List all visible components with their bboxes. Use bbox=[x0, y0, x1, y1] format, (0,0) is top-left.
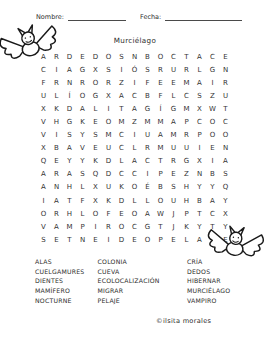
grid-cell-r3c14: I bbox=[206, 76, 219, 89]
header: Nombre: Fecha: bbox=[36, 13, 246, 21]
grid-cell-r3c1: F bbox=[37, 76, 50, 89]
grid-cell-r13c11: J bbox=[167, 207, 180, 220]
grid-cell-r3c9: F bbox=[141, 76, 154, 89]
grid-cell-r2c9: S bbox=[141, 63, 154, 76]
fecha-blank-line bbox=[165, 13, 242, 21]
grid-cell-r5c4: A bbox=[76, 102, 89, 115]
grid-cell-r2c7: I bbox=[115, 63, 128, 76]
grid-cell-r4c14: Z bbox=[206, 89, 219, 102]
grid-cell-r14c12: K bbox=[180, 220, 193, 233]
grid-cell-r3c15: R bbox=[219, 76, 232, 89]
grid-cell-r11c14: Y bbox=[206, 181, 219, 194]
grid-cell-r3c3: N bbox=[63, 76, 76, 89]
grid-cell-r13c3: H bbox=[63, 207, 76, 220]
grid-cell-r7c11: M bbox=[167, 129, 180, 142]
grid-cell-r3c5: O bbox=[89, 76, 102, 89]
grid-cell-r8c14: E bbox=[206, 142, 219, 155]
grid-cell-r8c13: I bbox=[193, 142, 206, 155]
grid-cell-r1c15: E bbox=[219, 50, 232, 63]
grid-cell-r10c7: C bbox=[115, 168, 128, 181]
grid-cell-r3c6: R bbox=[102, 76, 115, 89]
grid-cell-r6c1: V bbox=[37, 115, 50, 128]
grid-cell-r4c2: L bbox=[50, 89, 63, 102]
grid-cell-r9c2: E bbox=[50, 155, 63, 168]
grid-cell-r3c8: I bbox=[128, 76, 141, 89]
grid-cell-r15c8: E bbox=[128, 233, 141, 246]
grid-cell-r11c6: U bbox=[102, 181, 115, 194]
grid-cell-r6c10: M bbox=[154, 115, 167, 128]
grid-cell-r15c4: N bbox=[76, 233, 89, 246]
grid-cell-r5c1: X bbox=[37, 102, 50, 115]
grid-cell-r8c8: L bbox=[128, 142, 141, 155]
grid-cell-r10c8: C bbox=[128, 168, 141, 181]
word-list-item: HIBERNAR bbox=[187, 276, 264, 286]
nombre-blank-line bbox=[68, 13, 126, 21]
word-list-item: ALAS bbox=[35, 257, 98, 267]
grid-cell-r11c15: Q bbox=[219, 181, 232, 194]
grid-cell-r6c6: O bbox=[102, 115, 115, 128]
grid-cell-r12c2: A bbox=[50, 194, 63, 207]
grid-cell-r4c9: B bbox=[141, 89, 154, 102]
grid-cell-r15c6: I bbox=[102, 233, 115, 246]
grid-cell-r5c7: T bbox=[115, 102, 128, 115]
grid-cell-r8c11: U bbox=[167, 142, 180, 155]
grid-cell-r11c9: É bbox=[141, 181, 154, 194]
grid-cell-r13c6: F bbox=[102, 207, 115, 220]
grid-cell-r3c10: E bbox=[154, 76, 167, 89]
grid-cell-r4c10: F bbox=[154, 89, 167, 102]
copyright-credit: ©ilsita morales bbox=[156, 317, 211, 325]
grid-cell-r11c2: N bbox=[50, 181, 63, 194]
grid-cell-r7c15: O bbox=[219, 129, 232, 142]
grid-cell-r14c6: R bbox=[102, 220, 115, 233]
grid-cell-r13c10: W bbox=[154, 207, 167, 220]
grid-cell-r11c10: B bbox=[154, 181, 167, 194]
word-list-item: ECOLOCALIZACIÓN bbox=[98, 276, 187, 286]
grid-cell-r1c11: C bbox=[167, 50, 180, 63]
grid-cell-r12c6: K bbox=[102, 194, 115, 207]
grid-cell-r2c12: R bbox=[180, 63, 193, 76]
grid-cell-r12c15: Y bbox=[219, 194, 232, 207]
grid-cell-r4c6: X bbox=[102, 89, 115, 102]
grid-cell-r13c4: L bbox=[76, 207, 89, 220]
grid-cell-r12c8: L bbox=[128, 194, 141, 207]
grid-cell-r8c10: M bbox=[154, 142, 167, 155]
grid-cell-r14c3: M bbox=[63, 220, 76, 233]
grid-cell-r2c11: U bbox=[167, 63, 180, 76]
grid-cell-r10c14: B bbox=[206, 168, 219, 181]
grid-cell-r11c11: S bbox=[167, 181, 180, 194]
grid-cell-r6c9: M bbox=[141, 115, 154, 128]
grid-cell-r10c10: P bbox=[154, 168, 167, 181]
grid-cell-r13c2: R bbox=[50, 207, 63, 220]
grid-cell-r12c1: I bbox=[37, 194, 50, 207]
word-list-item: NOCTURNE bbox=[35, 296, 98, 306]
grid-cell-r10c2: R bbox=[50, 168, 63, 181]
grid-cell-r4c13: S bbox=[193, 89, 206, 102]
grid-cell-r12c9: L bbox=[141, 194, 154, 207]
grid-cell-r14c9: G bbox=[141, 220, 154, 233]
grid-cell-r11c5: X bbox=[89, 181, 102, 194]
grid-cell-r12c4: F bbox=[76, 194, 89, 207]
grid-cell-r6c2: H bbox=[50, 115, 63, 128]
grid-cell-r1c13: A bbox=[193, 50, 206, 63]
grid-cell-r7c8: I bbox=[128, 129, 141, 142]
word-list-column-2: COLONIACUEVAECOLOCALIZACIÓNMIGRARPELAJE bbox=[98, 257, 187, 306]
grid-cell-r1c3: D bbox=[63, 50, 76, 63]
grid-cell-r13c12: P bbox=[180, 207, 193, 220]
grid-cell-r2c5: X bbox=[89, 63, 102, 76]
grid-cell-r5c2: K bbox=[50, 102, 63, 115]
grid-cell-r9c13: X bbox=[193, 155, 206, 168]
grid-cell-r6c12: P bbox=[180, 115, 193, 128]
grid-cell-r4c1: U bbox=[37, 89, 50, 102]
grid-cell-r1c2: R bbox=[50, 50, 63, 63]
grid-cell-r10c6: D bbox=[102, 168, 115, 181]
grid-cell-r5c15: T bbox=[219, 102, 232, 115]
grid-cell-r7c13: P bbox=[193, 129, 206, 142]
grid-cell-r4c8: C bbox=[128, 89, 141, 102]
grid-cell-r4c3: Í bbox=[63, 89, 76, 102]
grid-cell-r3c13: A bbox=[193, 76, 206, 89]
bat-illustration-right bbox=[199, 216, 270, 277]
letter-grid: ARDEDOSNBOCTACECIAGXSIÓSRURLGNFRNRORZIFE… bbox=[37, 50, 232, 246]
grid-cell-r2c8: Ó bbox=[128, 63, 141, 76]
word-list-item: VAMPIRO bbox=[187, 296, 264, 306]
grid-cell-r1c5: D bbox=[89, 50, 102, 63]
grid-cell-r4c12: C bbox=[180, 89, 193, 102]
grid-cell-r5c13: X bbox=[193, 102, 206, 115]
grid-cell-r11c4: L bbox=[76, 181, 89, 194]
grid-cell-r8c6: U bbox=[102, 142, 115, 155]
grid-cell-r7c7: C bbox=[115, 129, 128, 142]
grid-cell-r6c7: M bbox=[115, 115, 128, 128]
grid-cell-r2c3: A bbox=[63, 63, 76, 76]
grid-cell-r9c9: C bbox=[141, 155, 154, 168]
grid-cell-r2c10: R bbox=[154, 63, 167, 76]
grid-cell-r7c4: Y bbox=[76, 129, 89, 142]
grid-cell-r7c14: O bbox=[206, 129, 219, 142]
grid-cell-r12c12: H bbox=[180, 194, 193, 207]
grid-cell-r5c8: A bbox=[128, 102, 141, 115]
grid-cell-r4c7: A bbox=[115, 89, 128, 102]
grid-cell-r10c4: S bbox=[76, 168, 89, 181]
grid-cell-r10c9: I bbox=[141, 168, 154, 181]
grid-cell-r5c12: M bbox=[180, 102, 193, 115]
grid-cell-r8c5: E bbox=[89, 142, 102, 155]
grid-cell-r10c13: N bbox=[193, 168, 206, 181]
grid-cell-r6c13: C bbox=[193, 115, 206, 128]
grid-cell-r1c12: T bbox=[180, 50, 193, 63]
grid-cell-r9c6: D bbox=[102, 155, 115, 168]
word-list-item: MIGRAR bbox=[98, 286, 187, 296]
grid-cell-r6c15: C bbox=[219, 115, 232, 128]
grid-cell-r4c5: G bbox=[89, 89, 102, 102]
grid-cell-r8c1: X bbox=[37, 142, 50, 155]
grid-cell-r2c4: G bbox=[76, 63, 89, 76]
grid-cell-r8c7: C bbox=[115, 142, 128, 155]
grid-cell-r14c4: P bbox=[76, 220, 89, 233]
grid-cell-r8c9: R bbox=[141, 142, 154, 155]
grid-cell-r8c15: N bbox=[219, 142, 232, 155]
grid-cell-r15c10: P bbox=[154, 233, 167, 246]
grid-cell-r10c15: S bbox=[219, 168, 232, 181]
fecha-label: Fecha: bbox=[140, 13, 161, 21]
grid-cell-r2c1: C bbox=[37, 63, 50, 76]
grid-cell-r15c7: D bbox=[115, 233, 128, 246]
grid-cell-r5c14: W bbox=[206, 102, 219, 115]
grid-cell-r15c9: O bbox=[141, 233, 154, 246]
grid-cell-r15c12: L bbox=[180, 233, 193, 246]
grid-cell-r4c4: O bbox=[76, 89, 89, 102]
grid-cell-r5c11: G bbox=[167, 102, 180, 115]
grid-cell-r8c2: B bbox=[50, 142, 63, 155]
grid-cell-r1c10: O bbox=[154, 50, 167, 63]
grid-cell-r7c10: A bbox=[154, 129, 167, 142]
grid-cell-r15c1: S bbox=[37, 233, 50, 246]
grid-cell-r4c15: U bbox=[219, 89, 232, 102]
grid-cell-r11c13: Y bbox=[193, 181, 206, 194]
grid-cell-r12c10: O bbox=[154, 194, 167, 207]
grid-cell-r3c7: Z bbox=[115, 76, 128, 89]
grid-cell-r15c11: E bbox=[167, 233, 180, 246]
grid-cell-r3c12: M bbox=[180, 76, 193, 89]
word-list-item: COLONIA bbox=[98, 257, 187, 267]
grid-cell-r7c3: S bbox=[63, 129, 76, 142]
grid-cell-r9c11: R bbox=[167, 155, 180, 168]
grid-cell-r6c4: K bbox=[76, 115, 89, 128]
grid-cell-r5c5: L bbox=[89, 102, 102, 115]
grid-cell-r12c14: A bbox=[206, 194, 219, 207]
grid-cell-r14c11: J bbox=[167, 220, 180, 233]
grid-cell-r6c14: O bbox=[206, 115, 219, 128]
grid-cell-r2c13: L bbox=[193, 63, 206, 76]
grid-cell-r5c3: D bbox=[63, 102, 76, 115]
word-list-item: MAMÍFERO bbox=[35, 286, 98, 296]
word-list-item: CUELGAMURES bbox=[35, 267, 98, 277]
grid-cell-r14c1: V bbox=[37, 220, 50, 233]
grid-cell-r11c1: A bbox=[37, 181, 50, 194]
grid-cell-r1c9: B bbox=[141, 50, 154, 63]
word-list-item: PELAJE bbox=[98, 296, 187, 306]
grid-cell-r8c4: V bbox=[76, 142, 89, 155]
grid-cell-r12c7: D bbox=[115, 194, 128, 207]
grid-cell-r8c12: U bbox=[180, 142, 193, 155]
grid-cell-r9c7: L bbox=[115, 155, 128, 168]
grid-cell-r7c2: I bbox=[50, 129, 63, 142]
grid-cell-r1c1: A bbox=[37, 50, 50, 63]
grid-cell-r9c8: A bbox=[128, 155, 141, 168]
grid-cell-r6c5: E bbox=[89, 115, 102, 128]
grid-cell-r10c12: Z bbox=[180, 168, 193, 181]
grid-cell-r10c11: E bbox=[167, 168, 180, 181]
grid-cell-r3c2: R bbox=[50, 76, 63, 89]
grid-cell-r11c3: H bbox=[63, 181, 76, 194]
grid-cell-r13c8: O bbox=[128, 207, 141, 220]
grid-cell-r11c12: H bbox=[180, 181, 193, 194]
grid-cell-r3c11: E bbox=[167, 76, 180, 89]
grid-cell-r12c5: X bbox=[89, 194, 102, 207]
grid-cell-r6c8: Z bbox=[128, 115, 141, 128]
grid-cell-r9c10: T bbox=[154, 155, 167, 168]
grid-cell-r14c5: I bbox=[89, 220, 102, 233]
grid-cell-r2c2: I bbox=[50, 63, 63, 76]
grid-cell-r5c9: G bbox=[141, 102, 154, 115]
word-list-column-1: ALASCUELGAMURESDIENTESMAMÍFERONOCTURNE bbox=[35, 257, 98, 306]
grid-cell-r7c12: R bbox=[180, 129, 193, 142]
grid-cell-r10c1: A bbox=[37, 168, 50, 181]
grid-cell-r3c4: R bbox=[76, 76, 89, 89]
grid-cell-r11c7: K bbox=[115, 181, 128, 194]
grid-cell-r7c5: S bbox=[89, 129, 102, 142]
grid-cell-r1c8: N bbox=[128, 50, 141, 63]
grid-cell-r12c11: U bbox=[167, 194, 180, 207]
grid-cell-r14c2: A bbox=[50, 220, 63, 233]
grid-cell-r9c5: K bbox=[89, 155, 102, 168]
grid-cell-r4c11: L bbox=[167, 89, 180, 102]
grid-cell-r14c7: O bbox=[115, 220, 128, 233]
grid-cell-r1c6: O bbox=[102, 50, 115, 63]
grid-cell-r9c12: G bbox=[180, 155, 193, 168]
grid-cell-r10c3: A bbox=[63, 168, 76, 181]
word-list-item: CUEVA bbox=[98, 267, 187, 277]
grid-cell-r1c14: C bbox=[206, 50, 219, 63]
worksheet-page: Nombre: Fecha: Murciélago ARDEDOSNBOCTAC… bbox=[0, 0, 270, 350]
grid-cell-r10c5: Q bbox=[89, 168, 102, 181]
grid-cell-r14c8: C bbox=[128, 220, 141, 233]
grid-cell-r7c1: V bbox=[37, 129, 50, 142]
word-list-item: MURCIÉLAGO bbox=[187, 286, 264, 296]
grid-cell-r1c4: E bbox=[76, 50, 89, 63]
grid-cell-r15c3: T bbox=[63, 233, 76, 246]
grid-cell-r6c11: A bbox=[167, 115, 180, 128]
grid-cell-r9c1: Q bbox=[37, 155, 50, 168]
grid-cell-r13c9: A bbox=[141, 207, 154, 220]
grid-cell-r8c3: A bbox=[63, 142, 76, 155]
grid-cell-r13c1: O bbox=[37, 207, 50, 220]
grid-cell-r12c13: B bbox=[193, 194, 206, 207]
word-list-item: DIENTES bbox=[35, 276, 98, 286]
grid-cell-r12c3: T bbox=[63, 194, 76, 207]
grid-cell-r15c2: E bbox=[50, 233, 63, 246]
grid-cell-r1c7: S bbox=[115, 50, 128, 63]
grid-cell-r2c14: G bbox=[206, 63, 219, 76]
grid-cell-r9c4: Y bbox=[76, 155, 89, 168]
grid-cell-r13c7: E bbox=[115, 207, 128, 220]
grid-cell-r6c3: G bbox=[63, 115, 76, 128]
grid-cell-r13c5: O bbox=[89, 207, 102, 220]
grid-cell-r2c6: S bbox=[102, 63, 115, 76]
grid-cell-r14c10: T bbox=[154, 220, 167, 233]
grid-cell-r9c14: I bbox=[206, 155, 219, 168]
grid-cell-r7c6: M bbox=[102, 129, 115, 142]
grid-cell-r2c15: N bbox=[219, 63, 232, 76]
grid-cell-r5c10: Í bbox=[154, 102, 167, 115]
grid-cell-r11c8: O bbox=[128, 181, 141, 194]
grid-cell-r9c3: Y bbox=[63, 155, 76, 168]
grid-cell-r7c9: U bbox=[141, 129, 154, 142]
grid-cell-r5c6: I bbox=[102, 102, 115, 115]
grid-cell-r9c15: A bbox=[219, 155, 232, 168]
grid-cell-r15c5: E bbox=[89, 233, 102, 246]
